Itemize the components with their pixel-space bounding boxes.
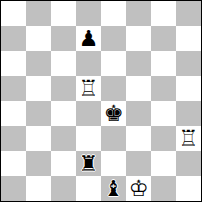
square-g7[interactable] [151, 26, 176, 51]
square-f1[interactable]: ♔ [126, 176, 151, 201]
square-d2[interactable]: ♜ [76, 151, 101, 176]
square-c6[interactable] [51, 51, 76, 76]
square-h4[interactable] [176, 101, 201, 126]
square-f7[interactable] [126, 26, 151, 51]
square-h6[interactable] [176, 51, 201, 76]
square-b5[interactable] [26, 76, 51, 101]
square-e3[interactable] [101, 126, 126, 151]
square-c1[interactable] [51, 176, 76, 201]
square-h8[interactable] [176, 1, 201, 26]
square-a7[interactable] [1, 26, 26, 51]
piece-white-king: ♔ [129, 176, 149, 201]
square-b7[interactable] [26, 26, 51, 51]
chess-board: ♟♖♚♖♜♝♔ [0, 0, 202, 202]
square-h2[interactable] [176, 151, 201, 176]
square-e1[interactable]: ♝ [101, 176, 126, 201]
square-a5[interactable] [1, 76, 26, 101]
square-d1[interactable] [76, 176, 101, 201]
square-a4[interactable] [1, 101, 26, 126]
square-e5[interactable] [101, 76, 126, 101]
square-f3[interactable] [126, 126, 151, 151]
square-d7[interactable]: ♟ [76, 26, 101, 51]
square-g1[interactable] [151, 176, 176, 201]
square-c7[interactable] [51, 26, 76, 51]
square-f8[interactable] [126, 1, 151, 26]
square-d6[interactable] [76, 51, 101, 76]
square-b6[interactable] [26, 51, 51, 76]
square-f6[interactable] [126, 51, 151, 76]
square-a2[interactable] [1, 151, 26, 176]
piece-white-rook: ♖ [79, 76, 99, 101]
square-e6[interactable] [101, 51, 126, 76]
piece-black-king: ♚ [104, 101, 124, 126]
square-f2[interactable] [126, 151, 151, 176]
square-h3[interactable]: ♖ [176, 126, 201, 151]
square-a3[interactable] [1, 126, 26, 151]
square-c2[interactable] [51, 151, 76, 176]
square-d4[interactable] [76, 101, 101, 126]
piece-black-bishop: ♝ [104, 176, 124, 201]
square-e4[interactable]: ♚ [101, 101, 126, 126]
piece-black-pawn: ♟ [79, 26, 99, 51]
square-b3[interactable] [26, 126, 51, 151]
square-g4[interactable] [151, 101, 176, 126]
square-g8[interactable] [151, 1, 176, 26]
piece-black-rook: ♜ [79, 151, 99, 176]
square-c5[interactable] [51, 76, 76, 101]
square-h1[interactable] [176, 176, 201, 201]
square-h5[interactable] [176, 76, 201, 101]
square-a6[interactable] [1, 51, 26, 76]
square-f5[interactable] [126, 76, 151, 101]
square-h7[interactable] [176, 26, 201, 51]
square-g6[interactable] [151, 51, 176, 76]
square-e7[interactable] [101, 26, 126, 51]
square-d5[interactable]: ♖ [76, 76, 101, 101]
square-d3[interactable] [76, 126, 101, 151]
square-b2[interactable] [26, 151, 51, 176]
square-e8[interactable] [101, 1, 126, 26]
square-e2[interactable] [101, 151, 126, 176]
square-c8[interactable] [51, 1, 76, 26]
square-d8[interactable] [76, 1, 101, 26]
square-b1[interactable] [26, 176, 51, 201]
square-g2[interactable] [151, 151, 176, 176]
square-f4[interactable] [126, 101, 151, 126]
square-g3[interactable] [151, 126, 176, 151]
square-b4[interactable] [26, 101, 51, 126]
square-g5[interactable] [151, 76, 176, 101]
piece-white-rook: ♖ [179, 126, 199, 151]
square-c3[interactable] [51, 126, 76, 151]
square-c4[interactable] [51, 101, 76, 126]
square-a8[interactable] [1, 1, 26, 26]
square-b8[interactable] [26, 1, 51, 26]
square-a1[interactable] [1, 176, 26, 201]
